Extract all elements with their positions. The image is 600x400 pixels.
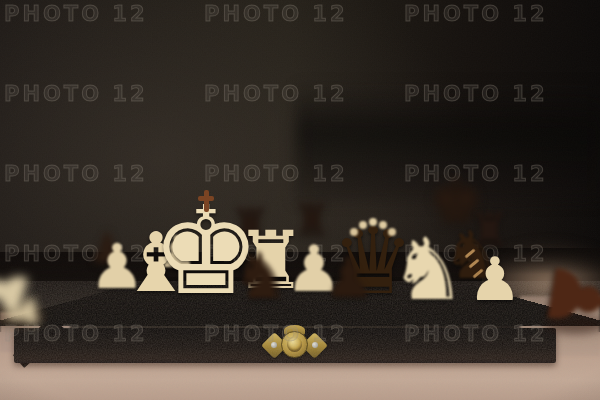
queen-crown-ball: [388, 228, 396, 236]
fallen-white-piece-2: ♟: [0, 290, 47, 336]
white-knight-g3: ♞: [389, 226, 466, 312]
queen-crown-ball: [359, 221, 367, 229]
dark-pawn-f2: ♟: [324, 250, 374, 306]
king-cross-finial: [204, 190, 209, 212]
queen-crown-ball: [369, 218, 377, 226]
stock-photo-chess-scene: ♟♟♟♟♟♝♜♜♚♜♞♟♟♛♞♚♞♜♟♟ PHOTO 12PHOTO 12PHO…: [0, 0, 600, 400]
fallen-dark-piece: ♟: [532, 253, 600, 342]
queen-crown-ball: [350, 228, 358, 236]
queen-crown-ball: [379, 221, 387, 229]
king-cross-finial-arm: [198, 196, 214, 201]
dark-knight-d2: ♞: [232, 244, 289, 308]
